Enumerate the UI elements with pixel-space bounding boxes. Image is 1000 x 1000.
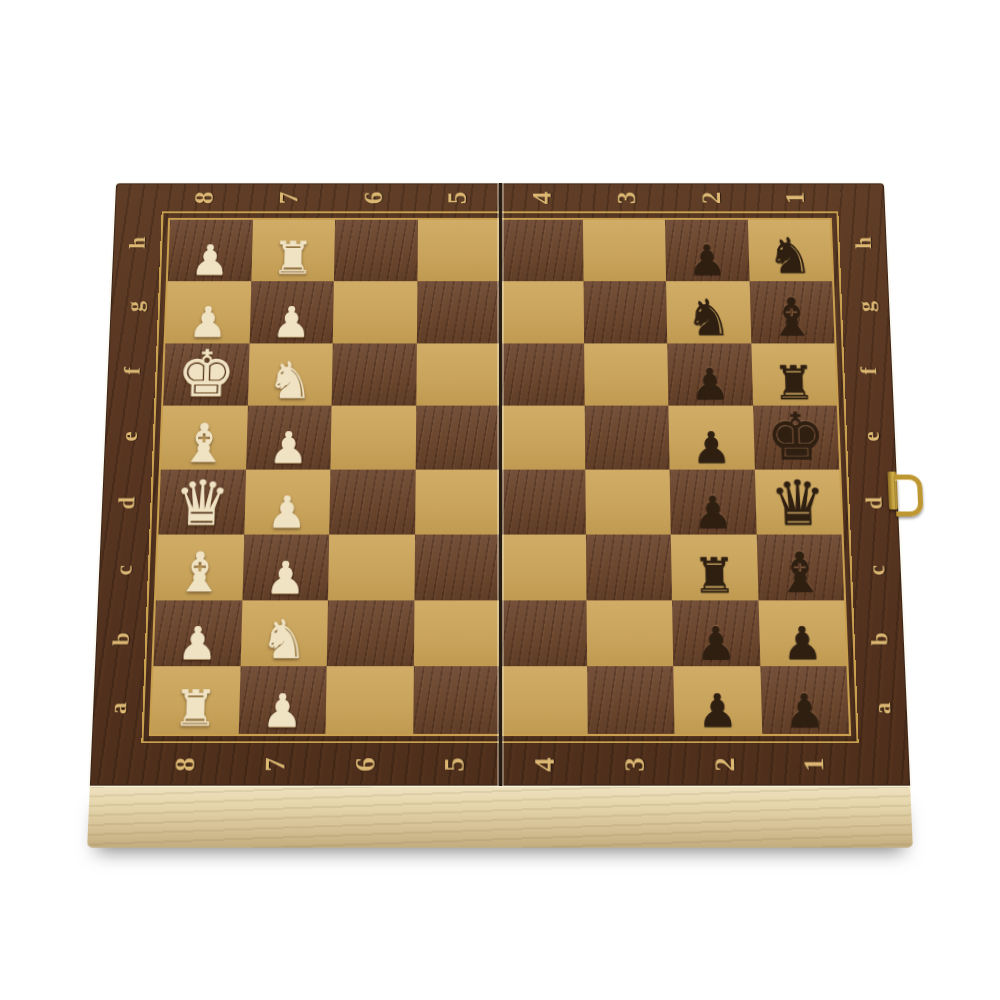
square-a8[interactable]: ♜	[151, 666, 240, 734]
white-pawn[interactable]: ♟	[249, 302, 333, 342]
square-h2[interactable]: ♟	[665, 220, 749, 281]
square-b6[interactable]	[327, 600, 414, 667]
square-f2[interactable]: ♟	[667, 343, 752, 406]
white-rook[interactable]: ♜	[151, 685, 240, 733]
square-h7[interactable]: ♜	[251, 220, 335, 281]
square-d7[interactable]: ♟	[244, 470, 331, 535]
square-b5[interactable]	[413, 600, 500, 667]
square-d5[interactable]	[415, 470, 500, 535]
square-h3[interactable]	[582, 220, 666, 281]
white-rook[interactable]: ♜	[251, 237, 335, 280]
square-b4[interactable]	[500, 600, 587, 667]
square-c3[interactable]	[585, 534, 672, 600]
black-knight[interactable]: ♞	[666, 295, 750, 342]
square-d8[interactable]: ♛	[158, 470, 245, 535]
square-e2[interactable]: ♟	[668, 406, 754, 470]
square-d6[interactable]	[329, 470, 415, 535]
square-d3[interactable]	[585, 470, 671, 535]
black-pawn[interactable]: ♟	[670, 491, 756, 533]
square-a5[interactable]	[413, 666, 500, 734]
square-g1[interactable]: ♝	[749, 281, 834, 343]
chess-board: 87654321 87654321 hgfedcba hgfedcba ♟♜♟♞…	[90, 183, 910, 785]
square-g8[interactable]: ♟	[166, 281, 251, 343]
black-pawn[interactable]: ♟	[668, 364, 753, 405]
square-e4[interactable]	[500, 406, 585, 470]
fold-seam	[499, 183, 502, 785]
black-queen[interactable]: ♛	[755, 474, 842, 533]
square-a6[interactable]	[325, 666, 413, 734]
square-h8[interactable]: ♟	[168, 220, 253, 281]
square-h1[interactable]: ♞	[747, 220, 832, 281]
square-g3[interactable]	[583, 281, 667, 343]
black-bishop[interactable]: ♝	[757, 547, 844, 599]
white-pawn[interactable]: ♟	[242, 556, 329, 598]
square-b8[interactable]: ♟	[153, 600, 241, 667]
square-a4[interactable]	[500, 666, 587, 734]
square-g7[interactable]: ♟	[249, 281, 334, 343]
white-pawn[interactable]: ♟	[238, 689, 326, 733]
square-f5[interactable]	[416, 343, 500, 406]
black-pawn[interactable]: ♟	[759, 622, 847, 665]
brass-latch-icon[interactable]	[887, 464, 926, 518]
square-e3[interactable]	[584, 406, 669, 470]
square-g4[interactable]	[500, 281, 584, 343]
square-d2[interactable]: ♟	[670, 470, 757, 535]
square-c2[interactable]: ♜	[671, 534, 758, 600]
square-a7[interactable]: ♟	[238, 666, 327, 734]
square-d4[interactable]	[500, 470, 585, 535]
product-photo: 87654321 87654321 hgfedcba hgfedcba ♟♜♟♞…	[0, 0, 1000, 1000]
black-king[interactable]: ♚	[753, 407, 840, 469]
white-bishop[interactable]: ♝	[161, 418, 247, 469]
square-h6[interactable]	[334, 220, 418, 281]
black-pawn[interactable]: ♟	[665, 240, 749, 280]
black-pawn[interactable]: ♟	[669, 427, 755, 468]
white-pawn[interactable]: ♟	[244, 491, 330, 533]
square-e8[interactable]: ♝	[161, 406, 248, 470]
square-f3[interactable]	[584, 343, 669, 406]
black-pawn[interactable]: ♟	[761, 689, 849, 733]
square-c6[interactable]	[328, 534, 415, 600]
black-bishop[interactable]: ♝	[749, 293, 834, 342]
square-a1[interactable]: ♟	[760, 666, 849, 734]
white-knight[interactable]: ♞	[247, 357, 332, 405]
square-f6[interactable]	[332, 343, 417, 406]
square-c1[interactable]: ♝	[756, 534, 844, 600]
white-bishop[interactable]: ♝	[156, 547, 243, 599]
square-b2[interactable]: ♟	[672, 600, 760, 667]
black-rook[interactable]: ♜	[671, 553, 758, 599]
square-a2[interactable]: ♟	[673, 666, 762, 734]
square-c4[interactable]	[500, 534, 586, 600]
white-pawn[interactable]: ♟	[246, 427, 332, 468]
square-h5[interactable]	[417, 220, 500, 281]
square-f8[interactable]: ♚	[163, 343, 249, 406]
latch-hook	[895, 475, 924, 517]
white-queen[interactable]: ♛	[158, 474, 245, 533]
black-pawn[interactable]: ♟	[674, 689, 762, 733]
square-e5[interactable]	[415, 406, 500, 470]
square-c5[interactable]	[414, 534, 500, 600]
square-b3[interactable]	[586, 600, 673, 667]
white-knight[interactable]: ♞	[240, 615, 328, 666]
white-king[interactable]: ♚	[163, 344, 249, 405]
white-pawn[interactable]: ♟	[154, 622, 242, 665]
black-pawn[interactable]: ♟	[672, 622, 759, 665]
board-side-panel	[87, 786, 913, 848]
square-e7[interactable]: ♟	[246, 406, 332, 470]
square-f7[interactable]: ♞	[247, 343, 332, 406]
square-b1[interactable]: ♟	[758, 600, 846, 667]
square-f1[interactable]: ♜	[751, 343, 837, 406]
black-knight[interactable]: ♞	[748, 233, 832, 280]
square-a3[interactable]	[587, 666, 675, 734]
square-f4[interactable]	[500, 343, 584, 406]
square-d1[interactable]: ♛	[754, 470, 841, 535]
square-g6[interactable]	[333, 281, 417, 343]
square-g2[interactable]: ♞	[666, 281, 751, 343]
square-c8[interactable]: ♝	[156, 534, 244, 600]
square-c7[interactable]: ♟	[242, 534, 329, 600]
square-h4[interactable]	[500, 220, 583, 281]
square-e6[interactable]	[330, 406, 415, 470]
square-e1[interactable]: ♚	[753, 406, 840, 470]
square-g5[interactable]	[416, 281, 500, 343]
white-pawn[interactable]: ♟	[168, 240, 252, 280]
chess-set: 87654321 87654321 hgfedcba hgfedcba ♟♜♟♞…	[87, 183, 913, 847]
square-b7[interactable]: ♞	[240, 600, 328, 667]
